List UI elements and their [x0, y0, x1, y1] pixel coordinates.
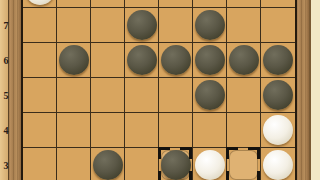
row-label-4: 4 [0, 124, 12, 138]
square-h3[interactable] [261, 148, 295, 180]
square-d3[interactable] [125, 148, 159, 180]
row-label-3: 3 [0, 159, 12, 173]
square-h7[interactable] [261, 8, 295, 43]
square-e5[interactable] [159, 78, 193, 113]
black-piece-f6[interactable] [195, 45, 225, 75]
right-board-rail [297, 0, 311, 180]
square-e6[interactable] [159, 43, 193, 78]
dama-game-screen: 7 6 5 4 3 [0, 0, 320, 180]
square-b6[interactable] [57, 43, 91, 78]
square-b3[interactable] [57, 148, 91, 180]
square-c4[interactable] [91, 113, 125, 148]
square-f6[interactable] [193, 43, 227, 78]
square-b5[interactable] [57, 78, 91, 113]
black-piece-b6[interactable] [59, 45, 89, 75]
square-g7[interactable] [227, 8, 261, 43]
square-e8[interactable] [159, 0, 193, 8]
square-a4[interactable] [23, 113, 57, 148]
black-piece-c3[interactable] [93, 150, 123, 180]
square-c5[interactable] [91, 78, 125, 113]
square-d6[interactable] [125, 43, 159, 78]
square-f4[interactable] [193, 113, 227, 148]
square-c3[interactable] [91, 148, 125, 180]
highlight-corner-bracket [248, 147, 260, 159]
highlight-corner-bracket [226, 147, 238, 159]
highlight-corner-bracket [180, 171, 192, 180]
square-h8[interactable] [261, 0, 295, 8]
square-h4[interactable] [261, 113, 295, 148]
black-piece-e6[interactable] [161, 45, 191, 75]
square-f7[interactable] [193, 8, 227, 43]
square-g5[interactable] [227, 78, 261, 113]
square-a7[interactable] [23, 8, 57, 43]
black-piece-h6[interactable] [263, 45, 293, 75]
square-g3[interactable] [227, 148, 261, 180]
square-e7[interactable] [159, 8, 193, 43]
square-d4[interactable] [125, 113, 159, 148]
white-piece-f3[interactable] [195, 150, 225, 180]
square-c6[interactable] [91, 43, 125, 78]
black-piece-f5[interactable] [195, 80, 225, 110]
highlight-corner-bracket [180, 147, 192, 159]
square-f5[interactable] [193, 78, 227, 113]
black-piece-g6[interactable] [229, 45, 259, 75]
square-c7[interactable] [91, 8, 125, 43]
square-h5[interactable] [261, 78, 295, 113]
square-a5[interactable] [23, 78, 57, 113]
square-c8[interactable] [91, 0, 125, 8]
square-f8[interactable] [193, 0, 227, 8]
square-e3[interactable] [159, 148, 193, 180]
square-a6[interactable] [23, 43, 57, 78]
square-e4[interactable] [159, 113, 193, 148]
square-g4[interactable] [227, 113, 261, 148]
square-b8[interactable] [57, 0, 91, 8]
black-piece-d6[interactable] [127, 45, 157, 75]
black-piece-d7[interactable] [127, 10, 157, 40]
white-piece-h3[interactable] [263, 150, 293, 180]
square-h6[interactable] [261, 43, 295, 78]
highlight-corner-bracket [248, 171, 260, 180]
square-d5[interactable] [125, 78, 159, 113]
square-b4[interactable] [57, 113, 91, 148]
square-f3[interactable] [193, 148, 227, 180]
square-d8[interactable] [125, 0, 159, 8]
square-d7[interactable] [125, 8, 159, 43]
row-label-5: 5 [0, 89, 12, 103]
row-label-6: 6 [0, 54, 12, 68]
board [21, 0, 297, 180]
square-a3[interactable] [23, 148, 57, 180]
square-a8[interactable] [23, 0, 57, 8]
white-piece-h4[interactable] [263, 115, 293, 145]
white-piece-a8[interactable] [25, 0, 55, 5]
highlight-corner-bracket [158, 171, 170, 180]
black-piece-f7[interactable] [195, 10, 225, 40]
square-b7[interactable] [57, 8, 91, 43]
highlight-corner-bracket [226, 171, 238, 180]
row-label-7: 7 [0, 19, 12, 33]
black-piece-h5[interactable] [263, 80, 293, 110]
square-g8[interactable] [227, 0, 261, 8]
square-g6[interactable] [227, 43, 261, 78]
highlight-corner-bracket [158, 147, 170, 159]
